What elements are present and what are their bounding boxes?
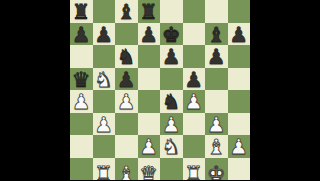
square-a8[interactable]: ♜ bbox=[70, 0, 93, 23]
black-knight-c6[interactable]: ♞ bbox=[117, 46, 136, 69]
square-e6[interactable]: ♟ bbox=[160, 45, 183, 68]
black-pawn-h7[interactable]: ♟ bbox=[229, 23, 248, 46]
square-b8[interactable] bbox=[93, 0, 116, 23]
square-h4[interactable] bbox=[228, 90, 251, 113]
black-rook-d8[interactable]: ♜ bbox=[139, 1, 158, 24]
white-knight-e2[interactable]: ♞ bbox=[162, 136, 181, 159]
square-b7[interactable]: ♟ bbox=[93, 23, 116, 46]
black-pawn-b7[interactable]: ♟ bbox=[94, 23, 113, 46]
white-pawn-g3[interactable]: ♟ bbox=[207, 113, 226, 136]
square-d3[interactable] bbox=[138, 113, 161, 136]
square-d1[interactable]: ♛ bbox=[138, 158, 161, 181]
white-bishop-c1[interactable]: ♝ bbox=[117, 163, 136, 181]
square-g2[interactable]: ♝ bbox=[205, 135, 228, 158]
black-pawn-g6[interactable]: ♟ bbox=[207, 46, 226, 69]
square-g4[interactable] bbox=[205, 90, 228, 113]
square-c5[interactable]: ♟ bbox=[115, 68, 138, 91]
white-queen-d1[interactable]: ♛ bbox=[139, 163, 158, 181]
white-pawn-d2[interactable]: ♟ bbox=[139, 136, 158, 159]
square-e7[interactable]: ♚ bbox=[160, 23, 183, 46]
square-g3[interactable]: ♟ bbox=[205, 113, 228, 136]
square-c1[interactable]: ♝ bbox=[115, 158, 138, 181]
square-g7[interactable]: ♝ bbox=[205, 23, 228, 46]
square-f6[interactable] bbox=[183, 45, 206, 68]
square-h6[interactable] bbox=[228, 45, 251, 68]
square-g5[interactable] bbox=[205, 68, 228, 91]
square-c3[interactable] bbox=[115, 113, 138, 136]
square-d7[interactable]: ♟ bbox=[138, 23, 161, 46]
white-bishop-g2[interactable]: ♝ bbox=[207, 136, 226, 159]
white-pawn-a4[interactable]: ♟ bbox=[72, 91, 91, 114]
square-f2[interactable] bbox=[183, 135, 206, 158]
square-d4[interactable] bbox=[138, 90, 161, 113]
square-e4[interactable]: ♞ bbox=[160, 90, 183, 113]
square-a1[interactable] bbox=[70, 158, 93, 181]
white-rook-b1[interactable]: ♜ bbox=[94, 163, 113, 181]
square-e8[interactable] bbox=[160, 0, 183, 23]
white-pawn-e3[interactable]: ♟ bbox=[162, 113, 181, 136]
black-pawn-f5[interactable]: ♟ bbox=[184, 68, 203, 91]
square-h2[interactable]: ♟ bbox=[228, 135, 251, 158]
square-h3[interactable] bbox=[228, 113, 251, 136]
square-b1[interactable]: ♜ bbox=[93, 158, 116, 181]
square-e2[interactable]: ♞ bbox=[160, 135, 183, 158]
black-king-e7[interactable]: ♚ bbox=[162, 23, 181, 46]
black-pawn-c5[interactable]: ♟ bbox=[117, 68, 136, 91]
white-pawn-f4[interactable]: ♟ bbox=[184, 91, 203, 114]
black-pawn-e6[interactable]: ♟ bbox=[162, 46, 181, 69]
square-g8[interactable] bbox=[205, 0, 228, 23]
square-h1[interactable] bbox=[228, 158, 251, 181]
square-h5[interactable] bbox=[228, 68, 251, 91]
square-g6[interactable]: ♟ bbox=[205, 45, 228, 68]
square-c2[interactable] bbox=[115, 135, 138, 158]
square-h7[interactable]: ♟ bbox=[228, 23, 251, 46]
black-rook-a8[interactable]: ♜ bbox=[72, 1, 91, 24]
square-a4[interactable]: ♟ bbox=[70, 90, 93, 113]
black-pawn-d7[interactable]: ♟ bbox=[139, 23, 158, 46]
white-pawn-b3[interactable]: ♟ bbox=[94, 113, 113, 136]
white-knight-b5[interactable]: ♞ bbox=[94, 68, 113, 91]
square-d6[interactable] bbox=[138, 45, 161, 68]
square-a2[interactable] bbox=[70, 135, 93, 158]
square-d5[interactable] bbox=[138, 68, 161, 91]
square-d2[interactable]: ♟ bbox=[138, 135, 161, 158]
square-f3[interactable] bbox=[183, 113, 206, 136]
square-a3[interactable] bbox=[70, 113, 93, 136]
black-knight-e4[interactable]: ♞ bbox=[162, 91, 181, 114]
square-b2[interactable] bbox=[93, 135, 116, 158]
square-d8[interactable]: ♜ bbox=[138, 0, 161, 23]
square-f7[interactable] bbox=[183, 23, 206, 46]
square-a6[interactable] bbox=[70, 45, 93, 68]
white-pawn-c4[interactable]: ♟ bbox=[117, 91, 136, 114]
black-pawn-a7[interactable]: ♟ bbox=[72, 23, 91, 46]
square-f8[interactable] bbox=[183, 0, 206, 23]
square-a5[interactable]: ♛ bbox=[70, 68, 93, 91]
square-c7[interactable] bbox=[115, 23, 138, 46]
black-bishop-g7[interactable]: ♝ bbox=[207, 23, 226, 46]
white-king-g1[interactable]: ♚ bbox=[207, 163, 226, 181]
square-g1[interactable]: ♚ bbox=[205, 158, 228, 181]
square-e5[interactable] bbox=[160, 68, 183, 91]
square-b3[interactable]: ♟ bbox=[93, 113, 116, 136]
app-background: ♜♝♜♟♟♟♚♝♟♞♟♟♛♞♟♟♟♟♞♟♟♟♟♟♞♝♟♜♝♛♜♚ bbox=[0, 0, 320, 180]
square-a7[interactable]: ♟ bbox=[70, 23, 93, 46]
square-b6[interactable] bbox=[93, 45, 116, 68]
square-e1[interactable] bbox=[160, 158, 183, 181]
square-c6[interactable]: ♞ bbox=[115, 45, 138, 68]
square-f5[interactable]: ♟ bbox=[183, 68, 206, 91]
white-rook-f1[interactable]: ♜ bbox=[184, 163, 203, 181]
chess-board: ♜♝♜♟♟♟♚♝♟♞♟♟♛♞♟♟♟♟♞♟♟♟♟♟♞♝♟♜♝♛♜♚ bbox=[70, 0, 250, 180]
square-c4[interactable]: ♟ bbox=[115, 90, 138, 113]
square-b5[interactable]: ♞ bbox=[93, 68, 116, 91]
black-bishop-c8[interactable]: ♝ bbox=[117, 1, 136, 24]
square-e3[interactable]: ♟ bbox=[160, 113, 183, 136]
square-h8[interactable] bbox=[228, 0, 251, 23]
white-pawn-h2[interactable]: ♟ bbox=[229, 136, 248, 159]
square-c8[interactable]: ♝ bbox=[115, 0, 138, 23]
square-b4[interactable] bbox=[93, 90, 116, 113]
square-f4[interactable]: ♟ bbox=[183, 90, 206, 113]
black-queen-a5[interactable]: ♛ bbox=[72, 68, 91, 91]
square-f1[interactable]: ♜ bbox=[183, 158, 206, 181]
